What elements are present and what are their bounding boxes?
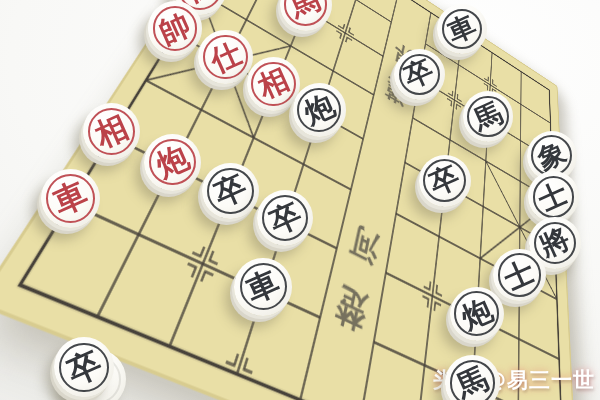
xiangqi-piece-red-相[interactable]: 相 <box>247 57 301 111</box>
piece-character: 車 <box>242 266 284 308</box>
piece-character: 帥 <box>155 9 195 49</box>
xiangqi-piece-red-帥[interactable]: 帥 <box>148 1 203 56</box>
piece-character: 象 <box>534 138 570 174</box>
xiangqi-piece-black-炮[interactable]: 炮 <box>450 287 504 341</box>
piece-character: 士 <box>535 178 572 215</box>
piece-character: 相 <box>254 65 293 104</box>
xiangqi-piece-black-士[interactable]: 士 <box>493 249 546 302</box>
piece-character: 相 <box>91 111 133 153</box>
piece-character: 馬 <box>453 363 493 400</box>
xiangqi-piece-black-卒[interactable]: 卒 <box>257 190 313 246</box>
piece-character: 將 <box>536 224 573 261</box>
xiangqi-piece-black-馬[interactable]: 馬 <box>463 91 513 141</box>
photo-scene: 楚河漢界 帥仕仕相相馬炮車將士士象馬馬炮炮車車卒卒卒卒卒 头条 @易三一世 <box>0 0 600 400</box>
piece-character: 卒 <box>401 56 438 93</box>
piece-character: 馬 <box>470 98 507 135</box>
xiangqi-piece-red-炮[interactable]: 炮 <box>144 134 201 191</box>
piece-character: 卒 <box>265 198 306 239</box>
piece-character: 車 <box>49 177 92 220</box>
piece-character: 卒 <box>62 345 106 389</box>
xiangqi-piece-black-卒[interactable]: 卒 <box>394 49 445 100</box>
piece-character: 馬 <box>287 0 325 23</box>
xiangqi-piece-black-車[interactable]: 車 <box>437 4 486 53</box>
xiangqi-piece-black-卒[interactable]: 卒 <box>419 155 471 207</box>
piece-character: 車 <box>444 11 480 47</box>
piece-character: 士 <box>500 256 538 294</box>
piece-character: 炮 <box>457 294 496 333</box>
piece-character: 卒 <box>210 170 251 211</box>
xiangqi-piece-red-車[interactable]: 車 <box>41 169 101 229</box>
piece-character: 炮 <box>152 141 193 182</box>
xiangqi-piece-black-炮[interactable]: 炮 <box>293 83 346 136</box>
piece-character: 卒 <box>426 162 464 200</box>
xiangqi-piece-red-仕[interactable]: 仕 <box>198 30 252 84</box>
xiangqi-piece-black-車[interactable]: 車 <box>234 258 292 316</box>
xiangqi-piece-black-卒[interactable]: 卒 <box>54 337 114 397</box>
xiangqi-piece-black-卒[interactable]: 卒 <box>202 163 258 219</box>
piece-character: 炮 <box>300 91 339 130</box>
piece-character: 仕 <box>206 37 245 76</box>
xiangqi-piece-black-士[interactable]: 士 <box>528 171 579 222</box>
